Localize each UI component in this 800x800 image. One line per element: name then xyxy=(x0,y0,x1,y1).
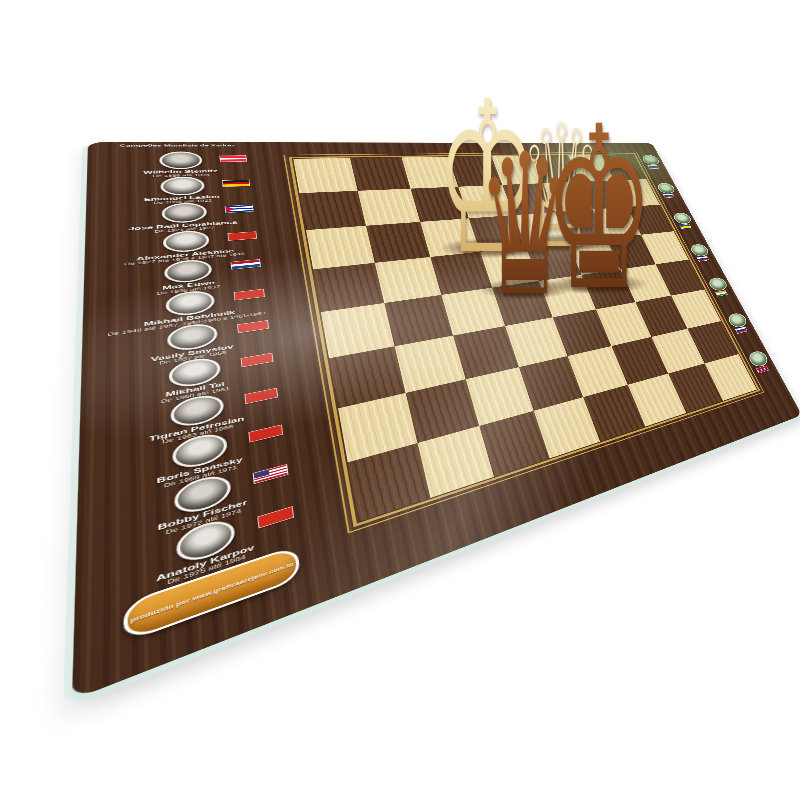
champion-portrait xyxy=(689,243,711,257)
flag-germany-icon xyxy=(222,179,250,186)
square xyxy=(299,191,365,230)
flag-ussr-icon xyxy=(237,320,269,333)
champion-portrait xyxy=(672,212,694,224)
flag-ussr-icon xyxy=(241,353,274,368)
square xyxy=(306,226,375,270)
flag-cuba-icon xyxy=(225,205,254,213)
flag-ussr-icon xyxy=(234,289,265,301)
flag-russia-icon xyxy=(697,256,709,262)
flag-ukraine-icon xyxy=(679,224,691,229)
flag-usa-icon xyxy=(253,464,289,484)
flag-norway-icon xyxy=(756,365,769,373)
dark-king-piece: ♚ xyxy=(544,97,655,322)
flag-netherlands-icon xyxy=(230,259,260,270)
square xyxy=(293,158,357,193)
champion-portrait xyxy=(726,312,749,329)
flag-india-icon xyxy=(715,290,727,296)
square xyxy=(358,189,420,226)
flag-ussr-icon xyxy=(227,231,257,240)
flag-ussr-icon xyxy=(257,506,294,528)
flag-ussr-icon xyxy=(244,388,278,404)
champion-portrait xyxy=(161,202,207,224)
champion-portrait xyxy=(160,176,205,196)
product-photo-stage: Campeões Mundiais de Xadrez Wilhelm Stei… xyxy=(0,0,800,800)
flag-ussr-icon xyxy=(248,425,283,443)
champion-portrait xyxy=(159,151,203,169)
flag-russia-icon xyxy=(735,327,748,334)
flag-russia-icon xyxy=(663,194,675,198)
champion-portrait xyxy=(707,277,730,292)
square xyxy=(366,222,430,263)
square xyxy=(350,157,410,190)
strip-heading: Campeões Mundiais de Xadrez xyxy=(112,144,241,148)
champion-portrait xyxy=(656,183,677,194)
flag-austria-icon xyxy=(219,155,247,162)
